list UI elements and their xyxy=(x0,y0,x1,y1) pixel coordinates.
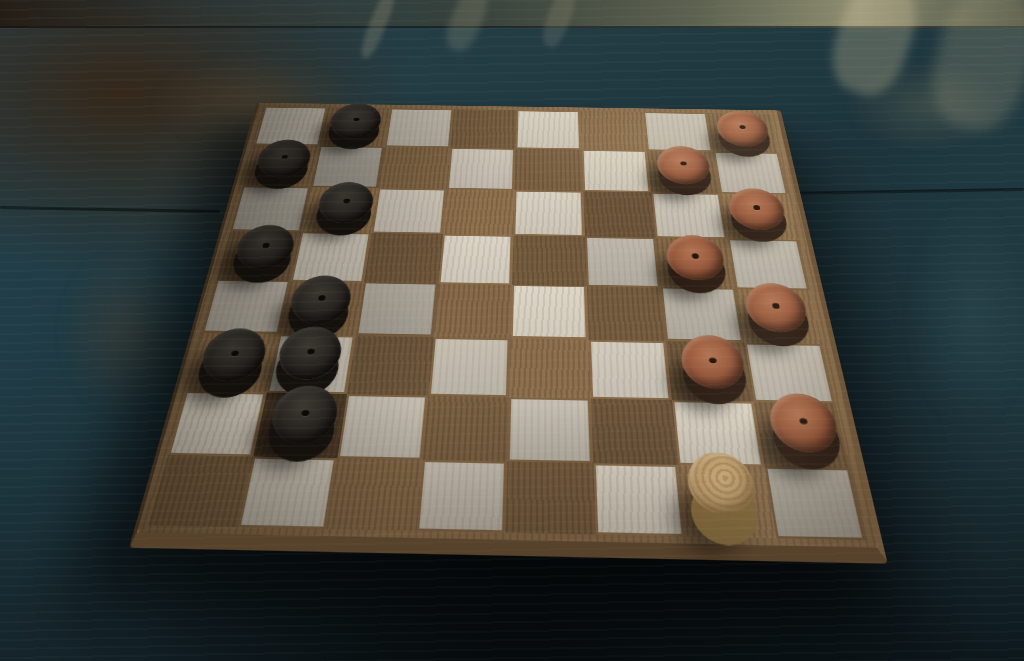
board-square-white[interactable] xyxy=(266,334,356,394)
plank-seam xyxy=(0,206,220,213)
board-square-dark[interactable] xyxy=(217,231,301,281)
board-square-dark[interactable] xyxy=(422,395,509,461)
sunlight-pool xyxy=(845,58,1005,153)
board-square-white[interactable] xyxy=(651,193,727,240)
board-square-dark[interactable] xyxy=(149,455,253,527)
board-square-white[interactable] xyxy=(202,280,290,334)
board-square-white[interactable] xyxy=(385,108,454,147)
board-square-white[interactable] xyxy=(507,397,592,463)
plank-seam xyxy=(782,188,1024,195)
board-square-dark[interactable] xyxy=(253,392,347,458)
board-square-dark[interactable] xyxy=(583,191,656,237)
board-square-dark[interactable] xyxy=(512,236,586,286)
table-stain xyxy=(58,248,188,418)
board-square-dark[interactable] xyxy=(186,333,279,393)
checkers-board xyxy=(129,103,888,564)
board-square-white[interactable] xyxy=(513,190,584,236)
table-far-edge xyxy=(0,0,1024,28)
board-square-dark[interactable] xyxy=(515,149,583,192)
board-square-white[interactable] xyxy=(372,188,447,234)
board-square-white[interactable] xyxy=(438,234,513,284)
board-grid xyxy=(149,106,867,540)
board-square-white[interactable] xyxy=(290,232,371,282)
board-square-white[interactable] xyxy=(727,239,810,290)
board-square-dark[interactable] xyxy=(509,338,590,398)
board-square-dark[interactable] xyxy=(364,233,442,283)
checker-red[interactable] xyxy=(679,335,748,390)
checker-black[interactable] xyxy=(274,326,345,380)
checker-black[interactable] xyxy=(287,275,354,324)
board-square-dark[interactable] xyxy=(707,113,779,153)
checker-red[interactable] xyxy=(742,283,811,333)
board-square-dark[interactable] xyxy=(580,111,647,151)
board-square-dark[interactable] xyxy=(433,283,512,338)
board-square-white[interactable] xyxy=(661,287,744,342)
board-square-dark[interactable] xyxy=(586,286,666,341)
board-square-dark[interactable] xyxy=(735,288,822,343)
board-square-white[interactable] xyxy=(337,394,428,460)
board-square-dark[interactable] xyxy=(678,465,775,539)
checker-black[interactable] xyxy=(315,182,376,224)
board-square-white[interactable] xyxy=(428,337,511,397)
board-square-white[interactable] xyxy=(511,285,589,340)
board-square-white[interactable] xyxy=(237,456,337,529)
checker-red[interactable] xyxy=(665,235,727,281)
table-surface xyxy=(0,0,1024,661)
board-square-dark[interactable] xyxy=(378,147,450,190)
board-square-dark[interactable] xyxy=(754,401,851,468)
board-square-white[interactable] xyxy=(585,237,661,287)
board-square-dark[interactable] xyxy=(656,238,735,289)
board-square-dark[interactable] xyxy=(450,109,517,149)
board-square-dark[interactable] xyxy=(590,398,678,464)
checker-red[interactable] xyxy=(726,188,788,230)
board-square-white[interactable] xyxy=(416,460,507,533)
board-square-dark[interactable] xyxy=(319,107,390,146)
board-square-dark[interactable] xyxy=(327,458,423,531)
board-square-dark[interactable] xyxy=(666,341,754,401)
table-stain xyxy=(905,200,1024,430)
board-square-dark[interactable] xyxy=(720,194,799,241)
checker-red[interactable] xyxy=(655,146,712,185)
board-square-white[interactable] xyxy=(516,110,582,150)
board-square-dark[interactable] xyxy=(506,461,596,534)
board-square-white[interactable] xyxy=(581,150,651,193)
checker-black[interactable] xyxy=(197,328,271,382)
board-square-white[interactable] xyxy=(356,282,438,337)
checker-black[interactable] xyxy=(266,385,340,444)
board-square-dark[interactable] xyxy=(647,151,720,194)
checker-red[interactable] xyxy=(766,393,842,453)
checker-black[interactable] xyxy=(232,225,298,270)
board-square-dark[interactable] xyxy=(347,335,433,395)
board-square-white[interactable] xyxy=(168,391,266,457)
board-square-dark[interactable] xyxy=(243,145,320,187)
checker-black[interactable] xyxy=(254,139,315,177)
board-square-white[interactable] xyxy=(593,463,686,536)
board-square-dark[interactable] xyxy=(442,189,514,235)
board-square-white[interactable] xyxy=(588,340,672,400)
checker-red[interactable] xyxy=(714,110,771,146)
board-square-dark[interactable] xyxy=(301,187,379,233)
checker-black[interactable] xyxy=(327,103,383,139)
board-square-white[interactable] xyxy=(764,466,866,540)
board-square-white[interactable] xyxy=(446,148,515,191)
